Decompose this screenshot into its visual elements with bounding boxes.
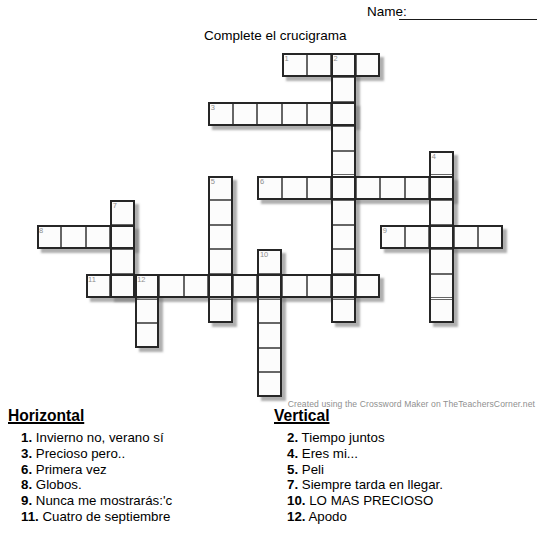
cell-r0c10[interactable]: 1 bbox=[282, 53, 307, 78]
cell-number-8: 8 bbox=[39, 226, 43, 235]
cell-r7c17[interactable] bbox=[454, 225, 479, 250]
cell-number-5: 5 bbox=[211, 177, 215, 186]
cell-r9c12[interactable] bbox=[331, 274, 356, 299]
cell-r10c7[interactable] bbox=[208, 299, 233, 324]
cell-r9c9[interactable] bbox=[257, 274, 282, 299]
cell-r2c11[interactable] bbox=[307, 102, 332, 127]
cell-number-1: 1 bbox=[285, 54, 289, 63]
cell-number-6: 6 bbox=[260, 177, 264, 186]
cell-r10c9[interactable] bbox=[257, 299, 282, 324]
cell-r6c7[interactable] bbox=[208, 200, 233, 225]
clue-across-1: 1. Invierno no, verano sí bbox=[8, 430, 266, 446]
cell-r8c9[interactable]: 10 bbox=[257, 249, 282, 274]
cell-r2c9[interactable] bbox=[257, 102, 282, 127]
clue-down-2: 2. Tiempo juntos bbox=[274, 430, 536, 446]
clue-across-11: 11. Cuatro de septiembre bbox=[8, 509, 266, 525]
cell-number-11: 11 bbox=[88, 275, 96, 284]
cell-r9c11[interactable] bbox=[307, 274, 332, 299]
cell-number-3: 3 bbox=[211, 103, 215, 112]
cell-r9c5[interactable] bbox=[159, 274, 184, 299]
cell-r3c12[interactable] bbox=[331, 126, 356, 151]
cell-r6c16[interactable] bbox=[429, 200, 454, 225]
page: Name: Complete el crucigrama 12345678910… bbox=[0, 0, 540, 535]
cell-r5c11[interactable] bbox=[307, 176, 332, 201]
clues-across-heading: Horizontal bbox=[8, 407, 84, 425]
clue-across-3: 3. Precioso pero.. bbox=[8, 446, 266, 462]
clue-down-4: 4. Eres mi... bbox=[274, 446, 536, 462]
cell-r7c16[interactable] bbox=[429, 225, 454, 250]
cell-r0c11[interactable] bbox=[307, 53, 332, 78]
cell-r5c7[interactable]: 5 bbox=[208, 176, 233, 201]
cell-r2c8[interactable] bbox=[233, 102, 258, 127]
cell-r2c12[interactable] bbox=[331, 102, 356, 127]
cell-r0c13[interactable] bbox=[356, 53, 381, 78]
cell-r9c6[interactable] bbox=[184, 274, 209, 299]
cell-r5c16[interactable] bbox=[429, 176, 454, 201]
cell-r5c10[interactable] bbox=[282, 176, 307, 201]
cell-r4c12[interactable] bbox=[331, 151, 356, 176]
cell-r10c4[interactable] bbox=[135, 299, 160, 324]
cell-r5c13[interactable] bbox=[356, 176, 381, 201]
cell-r5c14[interactable] bbox=[380, 176, 405, 201]
clue-down-12: 12. Apodo bbox=[274, 509, 536, 525]
clues-down-list: 2. Tiempo juntos4. Eres mi...5. Peli7. S… bbox=[274, 430, 536, 525]
cell-r11c9[interactable] bbox=[257, 323, 282, 348]
cell-r8c16[interactable] bbox=[429, 249, 454, 274]
cell-r5c9[interactable]: 6 bbox=[257, 176, 282, 201]
cell-r7c0[interactable]: 8 bbox=[37, 225, 62, 250]
cell-r7c7[interactable] bbox=[208, 225, 233, 250]
cell-number-4: 4 bbox=[432, 152, 436, 161]
cell-r2c10[interactable] bbox=[282, 102, 307, 127]
cell-r6c12[interactable] bbox=[331, 200, 356, 225]
clues-across-list: 1. Invierno no, verano sí3. Precioso per… bbox=[8, 430, 266, 525]
cell-r9c16[interactable] bbox=[429, 274, 454, 299]
cell-r12c9[interactable] bbox=[257, 348, 282, 373]
clue-across-9: 9. Nunca me mostrarás:'c bbox=[8, 493, 266, 509]
cell-r0c12[interactable]: 2 bbox=[331, 53, 356, 78]
clue-across-8: 8. Globos. bbox=[8, 477, 266, 493]
cell-r7c18[interactable] bbox=[478, 225, 503, 250]
clues-across-section: Horizontal 1. Invierno no, verano sí3. P… bbox=[8, 407, 266, 525]
cell-r7c2[interactable] bbox=[86, 225, 111, 250]
clue-down-7: 7. Siempre tarda en llegar. bbox=[274, 477, 536, 493]
cell-number-12: 12 bbox=[137, 275, 145, 284]
cell-number-2: 2 bbox=[334, 54, 338, 63]
cell-r2c7[interactable]: 3 bbox=[208, 102, 233, 127]
cell-r13c9[interactable] bbox=[257, 372, 282, 397]
clue-across-6: 6. Primera vez bbox=[8, 462, 266, 478]
cell-r9c13[interactable] bbox=[356, 274, 381, 299]
cell-r10c12[interactable] bbox=[331, 299, 356, 324]
cell-r10c16[interactable] bbox=[429, 299, 454, 324]
cell-r9c8[interactable] bbox=[233, 274, 258, 299]
cell-r7c12[interactable] bbox=[331, 225, 356, 250]
cell-r9c7[interactable] bbox=[208, 274, 233, 299]
cell-r1c12[interactable] bbox=[331, 77, 356, 102]
cell-r9c2[interactable]: 11 bbox=[86, 274, 111, 299]
crossword-board: 123456789101112 bbox=[0, 0, 540, 400]
cell-r8c12[interactable] bbox=[331, 249, 356, 274]
cell-r9c4[interactable]: 12 bbox=[135, 274, 160, 299]
cell-r9c3[interactable] bbox=[110, 274, 135, 299]
cell-r4c16[interactable]: 4 bbox=[429, 151, 454, 176]
clues-down-section: Vertical 2. Tiempo juntos4. Eres mi...5.… bbox=[274, 407, 536, 525]
cell-r8c7[interactable] bbox=[208, 249, 233, 274]
clue-down-5: 5. Peli bbox=[274, 462, 536, 478]
cell-number-10: 10 bbox=[260, 250, 268, 259]
clues-down-heading: Vertical bbox=[274, 407, 329, 425]
cell-r7c1[interactable] bbox=[61, 225, 86, 250]
cell-r9c10[interactable] bbox=[282, 274, 307, 299]
cell-r8c3[interactable] bbox=[110, 249, 135, 274]
cell-r5c15[interactable] bbox=[405, 176, 430, 201]
clue-down-10: 10. LO MAS PRECIOSO bbox=[274, 493, 536, 509]
cell-number-7: 7 bbox=[113, 201, 117, 210]
cell-number-9: 9 bbox=[383, 226, 387, 235]
cell-r6c3[interactable]: 7 bbox=[110, 200, 135, 225]
cell-r7c15[interactable] bbox=[405, 225, 430, 250]
cell-r7c3[interactable] bbox=[110, 225, 135, 250]
cell-r7c14[interactable]: 9 bbox=[380, 225, 405, 250]
cell-r5c12[interactable] bbox=[331, 176, 356, 201]
cell-r11c4[interactable] bbox=[135, 323, 160, 348]
